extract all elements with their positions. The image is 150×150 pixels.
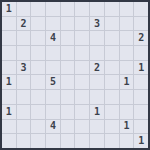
cell-r3c5[interactable]	[61, 31, 75, 45]
cell-r6c6[interactable]	[75, 75, 89, 89]
clue-number: 5	[50, 77, 56, 87]
cell-r5c9[interactable]	[120, 61, 134, 75]
cell-r10c9[interactable]	[120, 134, 134, 148]
cell-r9c2[interactable]	[17, 120, 31, 134]
cell-r6c9[interactable]: 1	[120, 75, 134, 89]
cell-r6c8[interactable]	[105, 75, 119, 89]
cell-r7c7[interactable]	[90, 90, 104, 104]
cell-r10c7[interactable]	[90, 134, 104, 148]
cell-r4c5[interactable]	[61, 46, 75, 60]
cell-r6c7[interactable]	[90, 75, 104, 89]
cell-r1c2[interactable]	[17, 2, 31, 16]
cell-r7c4[interactable]	[46, 90, 60, 104]
cell-r8c3[interactable]	[31, 105, 45, 119]
clue-number: 4	[50, 33, 56, 43]
cell-r1c10[interactable]	[134, 2, 148, 16]
cell-r9c5[interactable]	[61, 120, 75, 134]
cell-r4c3[interactable]	[31, 46, 45, 60]
cell-r9c4[interactable]: 4	[46, 120, 60, 134]
cell-r7c1[interactable]	[2, 90, 16, 104]
cell-r3c9[interactable]	[120, 31, 134, 45]
cell-r4c6[interactable]	[75, 46, 89, 60]
cell-r2c1[interactable]	[2, 17, 16, 31]
cell-r5c10[interactable]: 1	[134, 61, 148, 75]
cell-r10c2[interactable]	[17, 134, 31, 148]
cell-r6c5[interactable]	[61, 75, 75, 89]
cell-r1c5[interactable]	[61, 2, 75, 16]
cell-r4c2[interactable]	[17, 46, 31, 60]
clue-number: 3	[94, 19, 100, 29]
clue-number: 1	[94, 107, 100, 117]
cell-r4c10[interactable]	[134, 46, 148, 60]
cell-r10c6[interactable]	[75, 134, 89, 148]
cell-r7c6[interactable]	[75, 90, 89, 104]
cell-r4c1[interactable]	[2, 46, 16, 60]
cell-r7c2[interactable]	[17, 90, 31, 104]
cell-r5c6[interactable]	[75, 61, 89, 75]
cell-r2c10[interactable]	[134, 17, 148, 31]
cell-r9c8[interactable]	[105, 120, 119, 134]
clue-number: 1	[123, 77, 129, 87]
cell-r1c9[interactable]	[120, 2, 134, 16]
cell-r7c9[interactable]	[120, 90, 134, 104]
cell-r9c1[interactable]	[2, 120, 16, 134]
clue-number: 1	[138, 63, 144, 73]
clue-number: 2	[94, 63, 100, 73]
clue-number: 4	[50, 121, 56, 131]
cell-r2c5[interactable]	[61, 17, 75, 31]
cell-r3c1[interactable]	[2, 31, 16, 45]
cell-r5c3[interactable]	[31, 61, 45, 75]
cell-r5c8[interactable]	[105, 61, 119, 75]
cell-r6c1[interactable]: 1	[2, 75, 16, 89]
cell-r9c7[interactable]	[90, 120, 104, 134]
clue-number: 1	[138, 136, 144, 146]
cell-r3c7[interactable]	[90, 31, 104, 45]
cell-r3c8[interactable]	[105, 31, 119, 45]
cell-r10c5[interactable]	[61, 134, 75, 148]
cell-r6c2[interactable]	[17, 75, 31, 89]
cell-r9c3[interactable]	[31, 120, 45, 134]
clue-number: 1	[6, 4, 12, 14]
clue-number: 3	[21, 63, 27, 73]
cell-r10c8[interactable]	[105, 134, 119, 148]
cell-r4c7[interactable]	[90, 46, 104, 60]
cell-r8c7[interactable]: 1	[90, 105, 104, 119]
cell-r8c1[interactable]: 1	[2, 105, 16, 119]
cell-r7c5[interactable]	[61, 90, 75, 104]
cell-r3c2[interactable]	[17, 31, 31, 45]
cell-r2c3[interactable]	[31, 17, 45, 31]
cell-r1c8[interactable]	[105, 2, 119, 16]
cell-r1c3[interactable]	[31, 2, 45, 16]
puzzle-board: 1234232115111411	[0, 0, 150, 150]
cell-r9c9[interactable]: 1	[120, 120, 134, 134]
clue-number: 1	[123, 121, 129, 131]
cell-r8c6[interactable]	[75, 105, 89, 119]
cell-r3c10[interactable]: 2	[134, 31, 148, 45]
cell-r6c4[interactable]: 5	[46, 75, 60, 89]
clue-number: 2	[21, 19, 27, 29]
clue-number: 1	[6, 77, 12, 87]
cell-r3c3[interactable]	[31, 31, 45, 45]
clue-number: 1	[6, 107, 12, 117]
cell-r5c4[interactable]	[46, 61, 60, 75]
cell-r2c6[interactable]	[75, 17, 89, 31]
cell-r7c3[interactable]	[31, 90, 45, 104]
cell-r4c9[interactable]	[120, 46, 134, 60]
cell-r2c2[interactable]: 2	[17, 17, 31, 31]
cell-r2c8[interactable]	[105, 17, 119, 31]
cell-r8c5[interactable]	[61, 105, 75, 119]
cell-r8c2[interactable]	[17, 105, 31, 119]
cell-r10c10[interactable]: 1	[134, 134, 148, 148]
cell-r7c10[interactable]	[134, 90, 148, 104]
cell-r3c4[interactable]: 4	[46, 31, 60, 45]
cell-r9c10[interactable]	[134, 120, 148, 134]
cell-r3c6[interactable]	[75, 31, 89, 45]
cell-r2c4[interactable]	[46, 17, 60, 31]
cell-r10c1[interactable]	[2, 134, 16, 148]
clue-number: 2	[138, 33, 144, 43]
cell-r5c5[interactable]	[61, 61, 75, 75]
cell-r8c8[interactable]	[105, 105, 119, 119]
cell-r4c8[interactable]	[105, 46, 119, 60]
cell-r2c7[interactable]: 3	[90, 17, 104, 31]
cell-r10c3[interactable]	[31, 134, 45, 148]
cell-r2c9[interactable]	[120, 17, 134, 31]
cell-r8c9[interactable]	[120, 105, 134, 119]
cell-r4c4[interactable]	[46, 46, 60, 60]
cell-r8c4[interactable]	[46, 105, 60, 119]
cell-r1c1[interactable]: 1	[2, 2, 16, 16]
cell-r1c6[interactable]	[75, 2, 89, 16]
cell-r10c4[interactable]	[46, 134, 60, 148]
cell-r5c1[interactable]	[2, 61, 16, 75]
cell-r8c10[interactable]	[134, 105, 148, 119]
cell-r7c8[interactable]	[105, 90, 119, 104]
cell-r5c7[interactable]: 2	[90, 61, 104, 75]
cell-r6c3[interactable]	[31, 75, 45, 89]
cell-r1c7[interactable]	[90, 2, 104, 16]
cell-r5c2[interactable]: 3	[17, 61, 31, 75]
cell-r9c6[interactable]	[75, 120, 89, 134]
cell-r6c10[interactable]	[134, 75, 148, 89]
cell-r1c4[interactable]	[46, 2, 60, 16]
